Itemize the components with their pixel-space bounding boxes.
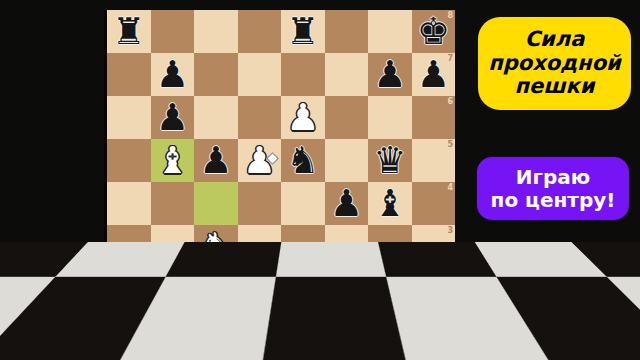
square-g1[interactable]: g — [368, 311, 412, 354]
black-pawn[interactable]: ♟ — [151, 96, 195, 139]
square-f2[interactable] — [325, 268, 369, 311]
square-f7[interactable] — [325, 53, 369, 96]
square-h7[interactable]: 7♟ — [412, 53, 456, 96]
square-a7[interactable] — [107, 53, 151, 96]
black-pawn[interactable]: ♟ — [194, 139, 238, 182]
square-h6[interactable]: 6 — [412, 96, 456, 139]
square-b1[interactable]: b♚ — [151, 311, 195, 354]
rank-label-6: 6 — [447, 98, 453, 106]
school-line: Классик! — [511, 300, 595, 319]
square-d1[interactable]: d♜ — [238, 311, 282, 354]
square-c4[interactable] — [194, 182, 238, 225]
rank-label-5: 5 — [447, 141, 453, 149]
black-pawn[interactable]: ♟ — [151, 53, 195, 96]
white-pawn[interactable]: ♟ — [194, 268, 238, 311]
square-e8[interactable]: ♜ — [281, 10, 325, 53]
square-g4[interactable]: ♝ — [368, 182, 412, 225]
rank-label-3: 3 — [447, 227, 453, 235]
square-h2[interactable]: 2♟ — [412, 268, 456, 311]
square-f1[interactable]: f — [325, 311, 369, 354]
square-h8[interactable]: 8♚ — [412, 10, 456, 53]
square-a4[interactable] — [107, 182, 151, 225]
file-label-c: c — [196, 345, 201, 353]
video-frame: ♜♜8♚♟♟7♟♟♟6♝♟♟♞♛5♟♝4♞3♟♟♟♛♟2♟ab♚cd♜efg1h… — [0, 0, 640, 360]
square-b4[interactable] — [151, 182, 195, 225]
square-c1[interactable]: c — [194, 311, 238, 354]
square-c5[interactable]: ♟ — [194, 139, 238, 182]
square-e6[interactable]: ♟ — [281, 96, 325, 139]
square-a8[interactable]: ♜ — [107, 10, 151, 53]
square-a5[interactable] — [107, 139, 151, 182]
square-d7[interactable] — [238, 53, 282, 96]
square-f3[interactable] — [325, 225, 369, 268]
square-g7[interactable]: ♟ — [368, 53, 412, 96]
speech-line: Играю — [516, 166, 590, 189]
square-f4[interactable]: ♟ — [325, 182, 369, 225]
lesson-title-banner: Сила проходной пешки — [478, 17, 631, 110]
file-label-e: e — [283, 345, 288, 353]
square-c2[interactable]: ♟ — [194, 268, 238, 311]
school-line: Школа шахмат - — [476, 281, 629, 300]
lesson-title-line: пешки — [514, 75, 594, 99]
white-pawn[interactable]: ♟ — [368, 268, 412, 311]
rank-label-7: 7 — [447, 55, 453, 63]
black-knight[interactable]: ♞ — [281, 139, 325, 182]
square-d4[interactable] — [238, 182, 282, 225]
rank-label-4: 4 — [447, 184, 453, 192]
black-pawn[interactable]: ♟ — [368, 53, 412, 96]
square-h5[interactable]: 5 — [412, 139, 456, 182]
square-g3[interactable] — [368, 225, 412, 268]
white-pawn[interactable]: ♟ — [107, 268, 151, 311]
speech-line: по центру! — [491, 189, 616, 212]
white-bishop[interactable]: ♝ — [151, 139, 195, 182]
square-g5[interactable]: ♛ — [368, 139, 412, 182]
white-queen[interactable]: ♛ — [238, 268, 282, 311]
square-e2[interactable] — [281, 268, 325, 311]
file-label-h: h — [414, 345, 420, 353]
file-label-d: d — [240, 345, 246, 353]
square-h1[interactable]: 1h♜ — [412, 311, 456, 354]
square-f6[interactable] — [325, 96, 369, 139]
square-e4[interactable] — [281, 182, 325, 225]
square-b2[interactable]: ♟ — [151, 268, 195, 311]
square-b3[interactable] — [151, 225, 195, 268]
square-b8[interactable] — [151, 10, 195, 53]
square-c7[interactable] — [194, 53, 238, 96]
square-e3[interactable] — [281, 225, 325, 268]
black-pawn[interactable]: ♟ — [325, 182, 369, 225]
square-d2[interactable]: ♛ — [238, 268, 282, 311]
black-rook[interactable]: ♜ — [281, 10, 325, 53]
white-pawn[interactable]: ♟ — [151, 268, 195, 311]
square-e7[interactable] — [281, 53, 325, 96]
rank-label-1: 1 — [447, 313, 453, 321]
square-a3[interactable] — [107, 225, 151, 268]
square-g6[interactable] — [368, 96, 412, 139]
square-h4[interactable]: 4 — [412, 182, 456, 225]
file-label-f: f — [327, 345, 330, 353]
square-c8[interactable] — [194, 10, 238, 53]
file-label-a: a — [109, 345, 114, 353]
square-c3[interactable]: ♞ — [194, 225, 238, 268]
school-badge: Школа шахмат - Классик! — [472, 272, 633, 328]
lesson-title-line: Сила — [525, 28, 585, 52]
black-rook[interactable]: ♜ — [107, 10, 151, 53]
rank-label-8: 8 — [447, 12, 453, 20]
chess-board[interactable]: ♜♜8♚♟♟7♟♟♟6♝♟♟♞♛5♟♝4♞3♟♟♟♛♟2♟ab♚cd♜efg1h… — [107, 10, 455, 354]
lesson-title-line: проходной — [488, 52, 621, 76]
black-queen[interactable]: ♛ — [368, 139, 412, 182]
rank-label-2: 2 — [447, 270, 453, 278]
square-c6[interactable] — [194, 96, 238, 139]
square-g8[interactable] — [368, 10, 412, 53]
square-a1[interactable]: a — [107, 311, 151, 354]
square-g2[interactable]: ♟ — [368, 268, 412, 311]
square-d6[interactable] — [238, 96, 282, 139]
white-pawn[interactable]: ♟ — [281, 96, 325, 139]
square-d3[interactable] — [238, 225, 282, 268]
square-f8[interactable] — [325, 10, 369, 53]
speech-banner: Играю по центру! — [477, 157, 629, 220]
square-b5[interactable]: ♝ — [151, 139, 195, 182]
square-d8[interactable] — [238, 10, 282, 53]
square-b6[interactable]: ♟ — [151, 96, 195, 139]
file-label-b: b — [153, 345, 159, 353]
square-a2[interactable]: ♟ — [107, 268, 151, 311]
square-h3[interactable]: 3 — [412, 225, 456, 268]
square-b7[interactable]: ♟ — [151, 53, 195, 96]
square-e1[interactable]: e — [281, 311, 325, 354]
square-e5[interactable]: ♞ — [281, 139, 325, 182]
square-a6[interactable] — [107, 96, 151, 139]
square-f5[interactable] — [325, 139, 369, 182]
white-knight[interactable]: ♞ — [194, 225, 238, 268]
black-bishop[interactable]: ♝ — [368, 182, 412, 225]
file-label-g: g — [370, 345, 376, 353]
